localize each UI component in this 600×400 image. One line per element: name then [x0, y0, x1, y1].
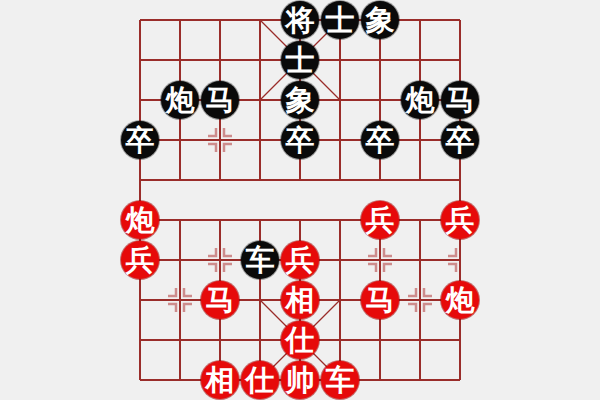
piece-black-soldier[interactable]: 卒	[361, 121, 399, 159]
piece-red-general[interactable]: 帅	[281, 361, 319, 399]
piece-red-soldier[interactable]: 兵	[361, 201, 399, 239]
piece-black-soldier[interactable]: 卒	[121, 121, 159, 159]
piece-black-cannon[interactable]: 炮	[161, 81, 199, 119]
piece-red-advisor[interactable]: 仕	[281, 321, 319, 359]
pieces-grid: 将士象士炮马象炮马卒卒卒卒炮兵兵兵车兵马相马炮仕相仕帅车	[120, 0, 480, 400]
piece-black-advisor[interactable]: 士	[281, 41, 319, 79]
piece-black-soldier[interactable]: 卒	[441, 121, 479, 159]
piece-red-soldier[interactable]: 兵	[281, 241, 319, 279]
piece-black-horse[interactable]: 马	[441, 81, 479, 119]
piece-red-cannon[interactable]: 炮	[121, 201, 159, 239]
piece-black-elephant[interactable]: 象	[361, 1, 399, 39]
piece-red-elephant[interactable]: 相	[281, 281, 319, 319]
piece-red-advisor[interactable]: 仕	[241, 361, 279, 399]
piece-red-elephant[interactable]: 相	[201, 361, 239, 399]
piece-red-soldier[interactable]: 兵	[441, 201, 479, 239]
piece-red-chariot[interactable]: 车	[321, 361, 359, 399]
piece-black-general[interactable]: 将	[281, 1, 319, 39]
piece-black-cannon[interactable]: 炮	[401, 81, 439, 119]
piece-black-elephant[interactable]: 象	[281, 81, 319, 119]
xiangqi-board: 将士象士炮马象炮马卒卒卒卒炮兵兵兵车兵马相马炮仕相仕帅车	[0, 0, 600, 400]
piece-red-cannon[interactable]: 炮	[441, 281, 479, 319]
piece-red-soldier[interactable]: 兵	[121, 241, 159, 279]
piece-black-chariot[interactable]: 车	[241, 241, 279, 279]
piece-black-soldier[interactable]: 卒	[281, 121, 319, 159]
piece-black-horse[interactable]: 马	[201, 81, 239, 119]
piece-black-advisor[interactable]: 士	[321, 1, 359, 39]
piece-red-horse[interactable]: 马	[361, 281, 399, 319]
piece-red-horse[interactable]: 马	[201, 281, 239, 319]
